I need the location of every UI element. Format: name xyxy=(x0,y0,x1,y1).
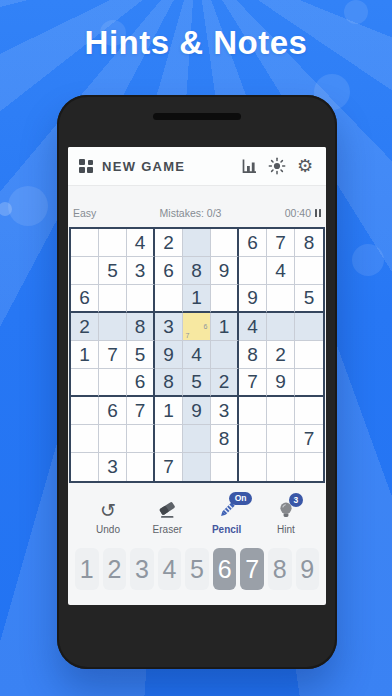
numpad-key-7[interactable]: 7 xyxy=(240,548,264,590)
eraser-button[interactable]: Eraser xyxy=(140,499,194,535)
numpad-key-2[interactable]: 2 xyxy=(103,548,127,590)
numpad-key-6[interactable]: 6 xyxy=(213,548,237,590)
toolbar: ↺ Undo Eraser xyxy=(68,499,326,535)
undo-label: Undo xyxy=(96,524,120,535)
cell-r4c5[interactable]: 67 xyxy=(183,313,211,341)
cell-r6c8[interactable]: 9 xyxy=(267,369,295,397)
cell-r2c8[interactable]: 4 xyxy=(267,257,295,285)
cell-r9c5[interactable] xyxy=(183,453,211,481)
cell-r3c1[interactable]: 6 xyxy=(71,285,99,313)
app-screen: NEW GAME xyxy=(68,147,326,605)
cell-r7c6[interactable]: 3 xyxy=(211,397,239,425)
mistakes-counter: Mistakes: 0/3 xyxy=(96,207,284,219)
cell-r9c9[interactable] xyxy=(295,453,323,481)
cell-r3c4[interactable] xyxy=(155,285,183,313)
cell-r7c1[interactable] xyxy=(71,397,99,425)
new-game-grid-icon xyxy=(79,159,94,174)
cell-r6c5[interactable]: 5 xyxy=(183,369,211,397)
hint-label: Hint xyxy=(277,524,295,535)
theme-sun-icon[interactable] xyxy=(267,156,287,176)
pencil-label: Pencil xyxy=(212,524,241,535)
cell-r1c1[interactable] xyxy=(71,229,99,257)
numpad-key-9[interactable]: 9 xyxy=(296,548,320,590)
cell-r2c2[interactable]: 5 xyxy=(99,257,127,285)
cell-r8c1[interactable] xyxy=(71,425,99,453)
cell-r3c9[interactable]: 5 xyxy=(295,285,323,313)
cell-r4c8[interactable] xyxy=(267,313,295,341)
difficulty-label: Easy xyxy=(73,207,96,219)
cell-r6c1[interactable] xyxy=(71,369,99,397)
cell-r7c8[interactable] xyxy=(267,397,295,425)
cell-r6c2[interactable] xyxy=(99,369,127,397)
cell-r4c6[interactable]: 1 xyxy=(211,313,239,341)
numpad-key-8[interactable]: 8 xyxy=(268,548,292,590)
cell-r6c3[interactable]: 6 xyxy=(127,369,155,397)
timer-pause-button[interactable]: 00:40 xyxy=(285,207,321,219)
numpad-key-1[interactable]: 1 xyxy=(75,548,99,590)
banner-title: Hints & Notes xyxy=(0,24,392,62)
cell-r9c7[interactable] xyxy=(239,453,267,481)
cell-r1c6[interactable] xyxy=(211,229,239,257)
cell-r9c4[interactable]: 7 xyxy=(155,453,183,481)
cell-r2c7[interactable] xyxy=(239,257,267,285)
cell-r7c5[interactable]: 9 xyxy=(183,397,211,425)
cell-r9c8[interactable] xyxy=(267,453,295,481)
undo-button[interactable]: ↺ Undo xyxy=(81,499,135,535)
cell-r7c3[interactable]: 7 xyxy=(127,397,155,425)
cell-r8c8[interactable] xyxy=(267,425,295,453)
cell-r5c8[interactable]: 2 xyxy=(267,341,295,369)
bokeh-circle xyxy=(352,244,384,276)
cell-r5c5[interactable]: 4 xyxy=(183,341,211,369)
cell-r1c5[interactable] xyxy=(183,229,211,257)
cell-r8c7[interactable] xyxy=(239,425,267,453)
cell-r3c2[interactable] xyxy=(99,285,127,313)
phone-speaker xyxy=(153,113,241,120)
status-row: Easy Mistakes: 0/3 00:40 xyxy=(68,207,326,219)
cell-r7c7[interactable] xyxy=(239,397,267,425)
cell-r8c2[interactable] xyxy=(99,425,127,453)
settings-gear-icon[interactable]: ⚙ xyxy=(295,156,315,176)
undo-icon: ↺ xyxy=(100,501,116,520)
cell-r1c3[interactable]: 4 xyxy=(127,229,155,257)
cell-r5c9[interactable] xyxy=(295,341,323,369)
new-game-button[interactable]: NEW GAME xyxy=(102,159,185,174)
cell-r8c4[interactable] xyxy=(155,425,183,453)
cell-r9c3[interactable] xyxy=(127,453,155,481)
eraser-icon xyxy=(156,499,178,521)
cell-r3c7[interactable]: 9 xyxy=(239,285,267,313)
cell-r8c6[interactable]: 8 xyxy=(211,425,239,453)
cell-r7c4[interactable]: 1 xyxy=(155,397,183,425)
pencil-notes: 67 xyxy=(183,313,210,340)
cell-r1c8[interactable]: 7 xyxy=(267,229,295,257)
cell-r3c6[interactable] xyxy=(211,285,239,313)
pause-icon xyxy=(315,209,321,217)
bokeh-circle xyxy=(344,0,368,24)
cell-r3c3[interactable] xyxy=(127,285,155,313)
cell-r9c2[interactable]: 3 xyxy=(99,453,127,481)
pencil-button[interactable]: On Pencil xyxy=(200,499,254,535)
cell-r5c1[interactable]: 1 xyxy=(71,341,99,369)
cell-r5c4[interactable]: 9 xyxy=(155,341,183,369)
cell-r8c9[interactable]: 7 xyxy=(295,425,323,453)
cell-r6c9[interactable] xyxy=(295,369,323,397)
cell-r5c2[interactable]: 7 xyxy=(99,341,127,369)
cell-r7c9[interactable] xyxy=(295,397,323,425)
cell-r6c7[interactable]: 7 xyxy=(239,369,267,397)
cell-r2c9[interactable] xyxy=(295,257,323,285)
timer-value: 00:40 xyxy=(285,207,311,219)
cell-r2c4[interactable]: 6 xyxy=(155,257,183,285)
cell-r4c4[interactable]: 3 xyxy=(155,313,183,341)
cell-r8c3[interactable] xyxy=(127,425,155,453)
cell-r6c4[interactable]: 8 xyxy=(155,369,183,397)
hint-count-badge: 3 xyxy=(289,493,303,507)
cell-r6c6[interactable]: 2 xyxy=(211,369,239,397)
cell-r1c2[interactable] xyxy=(99,229,127,257)
bokeh-circle xyxy=(8,186,48,226)
cell-r7c2[interactable]: 6 xyxy=(99,397,127,425)
app-bar: NEW GAME xyxy=(68,147,326,185)
eraser-label: Eraser xyxy=(153,524,182,535)
cell-r5c3[interactable]: 5 xyxy=(127,341,155,369)
cell-r9c1[interactable] xyxy=(71,453,99,481)
promo-screenshot: Hints & Notes NEW GAME xyxy=(0,0,392,696)
hint-button[interactable]: 3 Hint xyxy=(259,499,313,535)
cell-r4c9[interactable] xyxy=(295,313,323,341)
numpad-key-4[interactable]: 4 xyxy=(158,548,182,590)
cell-r5c6[interactable] xyxy=(211,341,239,369)
pencil-on-badge: On xyxy=(229,492,253,505)
cell-r3c5[interactable]: 1 xyxy=(183,285,211,313)
cell-r4c2[interactable] xyxy=(99,313,127,341)
cell-r4c1[interactable]: 2 xyxy=(71,313,99,341)
numpad-key-5[interactable]: 5 xyxy=(185,548,209,590)
number-pad: 123456789 xyxy=(68,548,326,590)
sudoku-board: 4267853689461952836714175948268527967193… xyxy=(69,227,325,483)
cell-r1c7[interactable]: 6 xyxy=(239,229,267,257)
cell-r4c3[interactable]: 8 xyxy=(127,313,155,341)
cell-r2c1[interactable] xyxy=(71,257,99,285)
statistics-icon[interactable] xyxy=(239,156,259,176)
cell-r9c6[interactable] xyxy=(211,453,239,481)
cell-r2c3[interactable]: 3 xyxy=(127,257,155,285)
cell-r8c5[interactable] xyxy=(183,425,211,453)
cell-r1c4[interactable]: 2 xyxy=(155,229,183,257)
cell-r2c5[interactable]: 8 xyxy=(183,257,211,285)
cell-r1c9[interactable]: 8 xyxy=(295,229,323,257)
cell-r5c7[interactable]: 8 xyxy=(239,341,267,369)
cell-r4c7[interactable]: 4 xyxy=(239,313,267,341)
cell-r2c6[interactable]: 9 xyxy=(211,257,239,285)
cell-r3c8[interactable] xyxy=(267,285,295,313)
phone-frame: NEW GAME xyxy=(57,95,337,669)
numpad-key-3[interactable]: 3 xyxy=(130,548,154,590)
